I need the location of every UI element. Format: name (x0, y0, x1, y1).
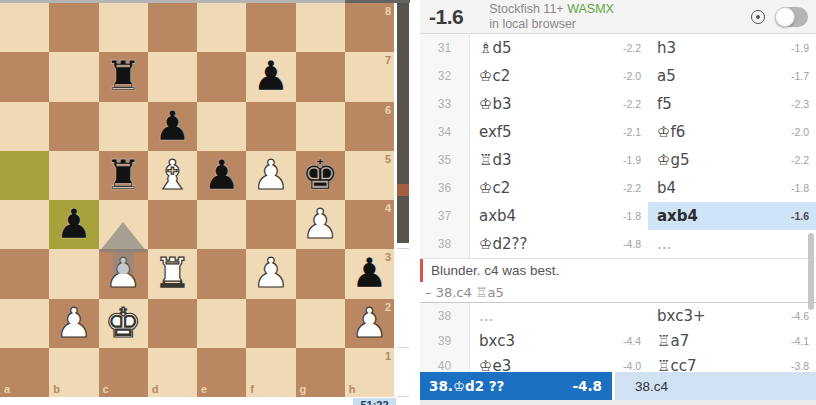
black-eval: -2.0 (791, 126, 809, 138)
engine-location: in local browser (489, 17, 576, 31)
white-pawn-b2[interactable]: ♟ (49, 299, 98, 348)
played-move-eval: -4.8 (572, 378, 602, 394)
white-rook-d3[interactable]: ♜ (148, 249, 197, 298)
square-d8[interactable] (148, 3, 197, 52)
white-move-cell[interactable]: ♖d3-1.9 (470, 146, 648, 174)
engine-toggle-knob[interactable] (775, 7, 795, 27)
square-b6[interactable] (49, 102, 98, 151)
square-a7[interactable] (0, 52, 49, 101)
white-move-cell[interactable]: exf5-2.1 (470, 118, 648, 146)
square-h6[interactable] (345, 102, 394, 151)
engine-toggle[interactable] (775, 7, 808, 27)
move-row-36: 36♔c2-2.2b4-1.8 (420, 174, 816, 202)
square-b3[interactable] (49, 249, 98, 298)
square-a8[interactable] (0, 3, 49, 52)
move-number: 36 (420, 174, 470, 202)
white-eval: -4.0 (623, 360, 641, 372)
practice-target-icon[interactable] (751, 10, 765, 24)
square-d1[interactable] (148, 348, 197, 397)
engine-header: -1.6 Stockfish 11+ WASMX in local browse… (420, 0, 816, 34)
played-move: 38.♔d2 ?? (429, 378, 504, 394)
white-eval: -1.9 (623, 154, 641, 166)
square-h5[interactable] (345, 151, 394, 200)
square-h8[interactable] (345, 3, 394, 52)
square-e7[interactable] (197, 52, 246, 101)
white-move: ♔d2?? (479, 235, 527, 253)
square-e2[interactable] (197, 299, 246, 348)
white-move-cell[interactable]: bxc3-4.4 (470, 328, 648, 353)
white-move-cell[interactable]: ♔c2-2.2 (470, 174, 648, 202)
square-b8[interactable] (49, 3, 98, 52)
black-eval: -1.8 (791, 182, 809, 194)
move-number: 35 (420, 146, 470, 174)
square-a6[interactable] (0, 102, 49, 151)
move-number: 34 (420, 118, 470, 146)
black-move-cell[interactable]: ♔g5-2.2 (648, 146, 816, 174)
black-eval: -2.3 (791, 98, 809, 110)
black-move: ♔f6 (657, 123, 685, 141)
white-move-cell[interactable]: ♔d2??-4.8 (470, 230, 648, 258)
engine-tech: WASMX (567, 2, 614, 16)
eval-gauge (397, 3, 409, 397)
move-row-34: 34exf5-2.1♔f6-2.0 (420, 118, 816, 146)
black-eval: -4.1 (791, 335, 809, 347)
square-c6[interactable] (99, 102, 148, 151)
square-d7[interactable] (148, 52, 197, 101)
move-row-35: 35♖d3-1.9♔g5-2.2 (420, 146, 816, 174)
square-g1[interactable] (296, 348, 345, 397)
variation-line[interactable]: – 38.c4 ♖a5 (420, 282, 816, 303)
square-e4[interactable] (197, 200, 246, 249)
move-row-33: 33♔b3-2.2f5-2.3 (420, 90, 816, 118)
square-a1[interactable] (0, 348, 49, 397)
white-king-c2[interactable]: ♚ (99, 299, 148, 348)
black-eval: -1.6 (791, 210, 809, 222)
square-e8[interactable] (197, 3, 246, 52)
black-move-cell[interactable]: axb4-1.6 (648, 202, 816, 230)
black-rook-c5[interactable]: ♜ (99, 151, 148, 200)
square-d2[interactable] (148, 299, 197, 348)
white-move: exf5 (479, 123, 512, 141)
move-number: 33 (420, 90, 470, 118)
square-a3[interactable] (0, 249, 49, 298)
black-move: h3 (657, 39, 676, 57)
black-move: ... (657, 235, 671, 253)
black-eval: -1.9 (791, 42, 809, 54)
square-f6[interactable] (246, 102, 295, 151)
black-eval: -2.2 (791, 154, 809, 166)
square-d4[interactable] (148, 200, 197, 249)
scrollbar-thumb[interactable] (808, 233, 814, 310)
black-pawn-f7[interactable]: ♟ (246, 52, 295, 101)
played-move-cell[interactable]: 38.♔d2 ?? -4.8 (420, 372, 612, 400)
white-eval: -2.1 (623, 126, 641, 138)
square-g3[interactable] (296, 249, 345, 298)
best-move-arrow-shaft (113, 250, 134, 274)
white-pawn-h2[interactable]: ♟ (345, 299, 394, 348)
move-row-31: 31♗d5-2.2h3-1.9 (420, 34, 816, 62)
move-row-38: 38♔d2??-4.8... (420, 230, 816, 258)
white-eval: -2.0 (623, 70, 641, 82)
move-number: 32 (420, 62, 470, 90)
white-move: ♖d3 (479, 151, 512, 169)
black-move-cell[interactable]: b4-1.8 (648, 174, 816, 202)
square-f4[interactable] (246, 200, 295, 249)
square-c8[interactable] (99, 3, 148, 52)
black-move: ♖a7 (657, 332, 689, 350)
white-move: ... (479, 307, 493, 325)
square-h1[interactable] (345, 348, 394, 397)
square-a4[interactable] (0, 200, 49, 249)
square-e1[interactable] (197, 348, 246, 397)
move-list: 31♗d5-2.2h3-1.932♔c2-2.0a5-1.733♔b3-2.2f… (420, 34, 816, 258)
blunder-marker (420, 259, 423, 282)
square-c1[interactable] (99, 348, 148, 397)
square-b5[interactable] (49, 151, 98, 200)
black-move-cell[interactable]: a5-1.7 (648, 62, 816, 90)
square-h7[interactable] (345, 52, 394, 101)
black-move-cell[interactable]: ♔f6-2.0 (648, 118, 816, 146)
black-rook-c7[interactable]: ♜ (99, 52, 148, 101)
move-number: 39 (420, 328, 470, 353)
square-a5[interactable] (0, 151, 49, 200)
white-move-cell[interactable]: ♗d5-2.2 (470, 34, 648, 62)
engine-name: Stockfish 11+ (489, 2, 563, 16)
square-f8[interactable] (246, 3, 295, 52)
move-number: 31 (420, 34, 470, 62)
black-move-cell[interactable]: ... (648, 230, 816, 258)
white-pawn-f5[interactable]: ♟ (246, 151, 295, 200)
black-pawn-h3[interactable]: ♟ (345, 249, 394, 298)
move-number: 38 (420, 303, 470, 328)
black-move: a5 (657, 67, 676, 85)
black-move-cell[interactable]: f5-2.3 (648, 90, 816, 118)
white-move-cell[interactable]: ♔c2-2.0 (470, 62, 648, 90)
white-move-cell[interactable]: axb4-1.8 (470, 202, 648, 230)
white-move: ♔c2 (479, 67, 510, 85)
engine-panel: -1.6 Stockfish 11+ WASMX in local browse… (410, 0, 816, 405)
eval-gauge-ticks (397, 3, 409, 397)
move-number: 38 (420, 230, 470, 258)
white-move: ♗d5 (479, 39, 512, 57)
white-move: bxc3 (479, 332, 515, 350)
square-a2[interactable] (0, 299, 49, 348)
black-move: f5 (657, 95, 672, 113)
black-move-cell[interactable]: bxc3+-4.6 (648, 303, 816, 328)
square-g6[interactable] (296, 102, 345, 151)
white-move-cell[interactable]: ... (470, 303, 648, 328)
square-f2[interactable] (246, 299, 295, 348)
white-move: ♔b3 (479, 95, 512, 113)
white-eval: -4.4 (623, 335, 641, 347)
black-move: bxc3+ (657, 307, 706, 325)
blunder-comment: Blunder. c4 was best. (420, 258, 816, 282)
square-e3[interactable] (197, 249, 246, 298)
black-move: b4 (657, 179, 676, 197)
white-eval: -4.8 (623, 238, 641, 250)
black-move: axb4 (657, 207, 698, 225)
analysis-app: ♜♟♟♜♝♟♟♚♟♟♟♜♟♟♟♚♟abcdefgh87654321 51:22 … (0, 0, 816, 405)
blunder-comment-text: Blunder. c4 was best. (431, 263, 559, 278)
white-pawn-f3[interactable]: ♟ (246, 249, 295, 298)
white-move-cell[interactable]: ♔b3-2.2 (470, 90, 648, 118)
black-move: ♔g5 (657, 151, 690, 169)
best-move-cell[interactable]: 38.c4 (615, 372, 816, 400)
variation-move-list: 38...bxc3+-4.639bxc3-4.4♖a7-4.140♔e3-4.0… (420, 303, 816, 378)
black-move-cell[interactable]: ♖a7-4.1 (648, 328, 816, 353)
black-pawn-b4[interactable]: ♟ (49, 200, 98, 249)
move-row-38: 38...bxc3+-4.6 (420, 303, 816, 328)
white-pawn-g4[interactable]: ♟ (296, 200, 345, 249)
chess-board[interactable]: ♜♟♟♜♝♟♟♚♟♟♟♜♟♟♟♚♟abcdefgh87654321 (0, 3, 394, 397)
engine-info: Stockfish 11+ WASMX in local browser (489, 2, 614, 32)
move-row-32: 32♔c2-2.0a5-1.7 (420, 62, 816, 90)
square-g7[interactable] (296, 52, 345, 101)
white-bishop-d5[interactable]: ♝ (148, 151, 197, 200)
white-move: axb4 (479, 207, 516, 225)
black-eval: -3.8 (791, 360, 809, 372)
white-eval: -2.2 (623, 182, 641, 194)
move-number: 37 (420, 202, 470, 230)
square-g8[interactable] (296, 3, 345, 52)
clock: 51:22 (353, 398, 396, 405)
black-eval: -1.7 (791, 70, 809, 82)
black-pawn-e5[interactable]: ♟ (197, 151, 246, 200)
black-king-g5[interactable]: ♚ (296, 151, 345, 200)
square-g2[interactable] (296, 299, 345, 348)
white-eval: -1.8 (623, 210, 641, 222)
move-row-39: 39bxc3-4.4♖a7-4.1 (420, 328, 816, 353)
square-f1[interactable] (246, 348, 295, 397)
square-e6[interactable] (197, 102, 246, 151)
black-move-cell[interactable]: h3-1.9 (648, 34, 816, 62)
square-b1[interactable] (49, 348, 98, 397)
white-eval: -2.2 (623, 98, 641, 110)
black-eval: -4.6 (791, 310, 809, 322)
black-pawn-d6[interactable]: ♟ (148, 102, 197, 151)
bottom-strip (420, 400, 816, 405)
move-row-37: 37axb4-1.8axb4-1.6 (420, 202, 816, 230)
best-move-arrow-head (99, 222, 147, 252)
white-eval: -2.2 (623, 42, 641, 54)
eval-score: -1.6 (420, 5, 463, 29)
square-b7[interactable] (49, 52, 98, 101)
white-move: ♔c2 (479, 179, 510, 197)
square-h4[interactable] (345, 200, 394, 249)
bottom-move-bar: 38.♔d2 ?? -4.8 38.c4 (420, 372, 816, 400)
